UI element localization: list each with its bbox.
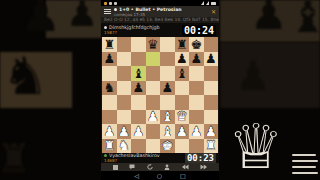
square-b2[interactable]: ♟ — [117, 124, 132, 139]
square-h1[interactable]: ♜ — [204, 139, 219, 154]
wifi-icon — [206, 1, 209, 5]
square-c5[interactable]: ♟ — [131, 81, 146, 96]
black-rook-a8[interactable]: ♜ — [103, 37, 115, 50]
white-pawn-h2[interactable]: ♟ — [205, 124, 217, 137]
square-b1[interactable]: ♞ — [117, 139, 132, 154]
square-g3[interactable] — [189, 110, 204, 125]
square-a8[interactable]: ♜ — [102, 37, 117, 52]
square-b8[interactable] — [117, 37, 132, 52]
rematch-icon[interactable] — [147, 164, 153, 170]
square-f7[interactable]: ♟ — [175, 52, 190, 67]
notification-icon — [109, 2, 112, 5]
black-bishop-c6[interactable]: ♝ — [132, 66, 144, 79]
chess-board[interactable]: ♜♛♜♚♟♟♟♟♝♝♞♟♟♟♝♛♟♟♟♝♟♟♟♜♞♚♜ — [102, 37, 218, 153]
square-h4[interactable] — [204, 95, 219, 110]
square-g7[interactable]: ♟ — [189, 52, 204, 67]
bg-black-pawn-icon: ♟ — [250, 0, 288, 36]
square-h8[interactable] — [204, 37, 219, 52]
square-a6[interactable] — [102, 66, 117, 81]
white-rook-a1[interactable]: ♜ — [103, 139, 115, 152]
bg-black-pawn-icon: ♟ — [20, 0, 61, 38]
bg-line — [292, 172, 318, 174]
black-king-g8[interactable]: ♚ — [190, 37, 202, 50]
square-f3[interactable]: ♛ — [175, 110, 190, 125]
square-f6[interactable]: ♝ — [175, 66, 190, 81]
white-pawn-c2[interactable]: ♟ — [132, 124, 144, 137]
square-h6[interactable] — [204, 66, 219, 81]
square-b5[interactable] — [117, 81, 132, 96]
bg-black-knight-icon: ♞ — [2, 50, 49, 102]
online-indicator-icon — [104, 154, 107, 157]
square-c1[interactable] — [131, 139, 146, 154]
square-c6[interactable]: ♝ — [131, 66, 146, 81]
white-rook-h1[interactable]: ♜ — [205, 139, 217, 152]
white-bishop-e2[interactable]: ♝ — [161, 124, 173, 137]
square-d8[interactable]: ♛ — [146, 37, 161, 52]
menu-icon[interactable] — [104, 9, 111, 14]
square-g1[interactable] — [189, 139, 204, 154]
top-player-rating: 1587? — [104, 30, 182, 35]
square-f2[interactable]: ♟ — [175, 124, 190, 139]
square-c2[interactable]: ♟ — [131, 124, 146, 139]
bg-black-pawn-icon: ♟ — [235, 56, 271, 96]
white-pawn-b2[interactable]: ♟ — [118, 124, 130, 137]
phone-screen: 1+0 • Bullet • Petrosian começou 17:35 ✕… — [101, 0, 219, 180]
nav-home-icon[interactable]: ○ — [157, 173, 162, 179]
square-e4[interactable] — [160, 95, 175, 110]
bottom-player-rating: 1468? — [104, 158, 185, 163]
square-a5[interactable]: ♞ — [102, 81, 117, 96]
square-d1[interactable] — [146, 139, 161, 154]
black-pawn-g7[interactable]: ♟ — [190, 52, 202, 65]
notification-icon — [104, 2, 107, 5]
square-c3[interactable] — [131, 110, 146, 125]
video-background: ♟ ♟ ♞ ♜ ♟ ♝ ♟ ♕ — [0, 0, 320, 180]
square-c8[interactable] — [131, 37, 146, 52]
square-b3[interactable] — [117, 110, 132, 125]
square-h5[interactable] — [204, 81, 219, 96]
white-knight-b1[interactable]: ♞ — [118, 139, 130, 152]
android-nav-bar: ◁ ○ □ — [101, 171, 219, 180]
square-a2[interactable]: ♟ — [102, 124, 117, 139]
square-g8[interactable]: ♚ — [189, 37, 204, 52]
square-d6[interactable] — [146, 66, 161, 81]
square-c7[interactable] — [131, 52, 146, 67]
top-player-clock: 00:24 — [182, 25, 216, 36]
square-b6[interactable] — [117, 66, 132, 81]
black-pawn-e5[interactable]: ♟ — [161, 81, 173, 94]
square-h3[interactable] — [204, 110, 219, 125]
game-action-bar — [101, 163, 219, 171]
bg-line — [292, 166, 316, 168]
square-g2[interactable]: ♟ — [189, 124, 204, 139]
square-b7[interactable] — [117, 52, 132, 67]
bg-line — [292, 160, 318, 162]
notification-icon — [114, 2, 117, 5]
square-g6[interactable] — [189, 66, 204, 81]
square-f8[interactable]: ♜ — [175, 37, 190, 52]
bg-black-rook-icon: ♜ — [0, 138, 32, 178]
bottom-player-bar: VyacheslavBashkirov 1468? 00:23 — [101, 153, 219, 163]
white-pawn-g2[interactable]: ♟ — [190, 124, 202, 137]
nav-recents-icon[interactable]: □ — [180, 173, 186, 179]
white-bishop-e3[interactable]: ♝ — [161, 110, 173, 123]
black-bishop-f6[interactable]: ♝ — [176, 66, 188, 79]
square-b4[interactable] — [117, 95, 132, 110]
square-d7[interactable] — [146, 52, 161, 67]
square-f4[interactable] — [175, 95, 190, 110]
forward-icon[interactable] — [200, 164, 207, 170]
stop-icon[interactable] — [113, 165, 118, 170]
square-d4[interactable] — [146, 95, 161, 110]
nav-back-icon[interactable]: ◁ — [134, 173, 139, 179]
signal-icon — [201, 1, 204, 5]
square-f1[interactable] — [175, 139, 190, 154]
app-header: 1+0 • Bullet • Petrosian começou 17:35 ✕ — [101, 6, 219, 17]
bg-line — [292, 154, 316, 156]
square-g5[interactable] — [189, 81, 204, 96]
black-pawn-f7[interactable]: ♟ — [176, 52, 188, 65]
backward-icon[interactable] — [182, 164, 189, 170]
chat-icon[interactable] — [129, 164, 135, 170]
square-e8[interactable] — [160, 37, 175, 52]
square-h7[interactable]: ♟ — [204, 52, 219, 67]
battery-icon — [211, 2, 216, 5]
square-e1[interactable]: ♚ — [160, 139, 175, 154]
square-h2[interactable]: ♟ — [204, 124, 219, 139]
bottom-player-clock: 00:23 — [185, 153, 216, 163]
square-c4[interactable] — [131, 95, 146, 110]
player-color-icon — [104, 26, 107, 29]
square-a1[interactable]: ♜ — [102, 139, 117, 154]
square-d5[interactable] — [146, 81, 161, 96]
white-queen-f3[interactable]: ♛ — [176, 110, 188, 123]
square-e5[interactable]: ♟ — [160, 81, 175, 96]
white-pawn-d3[interactable]: ♟ — [147, 110, 159, 123]
black-queen-d8[interactable]: ♛ — [147, 37, 159, 50]
bullet-speed-icon — [114, 8, 117, 11]
white-pawn-a2[interactable]: ♟ — [103, 124, 115, 137]
square-e3[interactable]: ♝ — [160, 110, 175, 125]
black-rook-f8[interactable]: ♜ — [176, 37, 188, 50]
square-a3[interactable] — [102, 110, 117, 125]
game-subtitle: começou 17:35 — [114, 12, 208, 17]
square-d2[interactable] — [146, 124, 161, 139]
black-pawn-a7[interactable]: ♟ — [103, 52, 115, 65]
bg-white-queen-icon: ♕ — [228, 116, 284, 178]
square-a4[interactable] — [102, 95, 117, 110]
players-icon[interactable] — [164, 164, 170, 170]
square-e6[interactable] — [160, 66, 175, 81]
bg-black-pawn-icon: ♟ — [66, 0, 98, 32]
black-pawn-c5[interactable]: ♟ — [132, 81, 144, 94]
black-knight-a5[interactable]: ♞ — [103, 81, 115, 94]
close-icon[interactable]: ✕ — [211, 9, 216, 15]
bg-black-bishop-icon: ♝ — [288, 0, 320, 39]
square-g4[interactable] — [189, 95, 204, 110]
square-e2[interactable]: ♝ — [160, 124, 175, 139]
square-d3[interactable]: ♟ — [146, 110, 161, 125]
top-player-bar: Dimshkjgfchfdgchjgb 1587? 00:24 — [101, 23, 219, 37]
square-e7[interactable] — [160, 52, 175, 67]
white-pawn-f2[interactable]: ♟ — [176, 124, 188, 137]
square-a7[interactable]: ♟ — [102, 52, 117, 67]
white-king-e1[interactable]: ♚ — [161, 139, 173, 152]
square-f5[interactable] — [175, 81, 190, 96]
black-pawn-h7[interactable]: ♟ — [205, 52, 217, 65]
